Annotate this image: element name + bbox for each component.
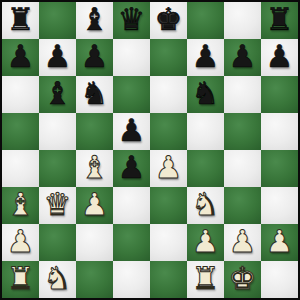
square-b7[interactable]: ♟ [39,39,76,76]
square-c8[interactable]: ♝ [76,2,113,39]
square-g6[interactable] [224,76,261,113]
square-a2[interactable]: ♟ [2,224,39,261]
square-e1[interactable] [150,261,187,298]
black-pawn-piece[interactable]: ♟ [229,41,257,72]
square-d3[interactable] [113,187,150,224]
square-d1[interactable] [113,261,150,298]
square-c5[interactable] [76,113,113,150]
black-pawn-piece[interactable]: ♟ [192,41,220,72]
square-d6[interactable] [113,76,150,113]
square-h7[interactable]: ♟ [261,39,298,76]
square-d2[interactable] [113,224,150,261]
black-knight-piece[interactable]: ♞ [81,78,109,109]
square-g8[interactable] [224,2,261,39]
black-pawn-piece[interactable]: ♟ [7,41,35,72]
black-pawn-piece[interactable]: ♟ [118,115,146,146]
white-pawn-piece[interactable]: ♟ [7,226,35,257]
white-pawn-piece[interactable]: ♟ [266,226,294,257]
white-knight-piece[interactable]: ♞ [192,189,220,220]
square-c2[interactable] [76,224,113,261]
square-h4[interactable] [261,150,298,187]
square-h8[interactable]: ♜ [261,2,298,39]
white-bishop-piece[interactable]: ♝ [81,152,109,183]
white-pawn-piece[interactable]: ♟ [192,226,220,257]
square-c4[interactable]: ♝ [76,150,113,187]
square-f7[interactable]: ♟ [187,39,224,76]
square-d5[interactable]: ♟ [113,113,150,150]
black-bishop-piece[interactable]: ♝ [44,78,72,109]
square-b2[interactable] [39,224,76,261]
white-pawn-piece[interactable]: ♟ [81,189,109,220]
square-d8[interactable]: ♛ [113,2,150,39]
square-d7[interactable] [113,39,150,76]
white-bishop-piece[interactable]: ♝ [7,189,35,220]
square-c1[interactable] [76,261,113,298]
black-rook-piece[interactable]: ♜ [7,4,35,35]
black-pawn-piece[interactable]: ♟ [44,41,72,72]
white-rook-piece[interactable]: ♜ [192,263,220,294]
square-g2[interactable]: ♟ [224,224,261,261]
square-g7[interactable]: ♟ [224,39,261,76]
square-f6[interactable]: ♞ [187,76,224,113]
square-h6[interactable] [261,76,298,113]
square-c3[interactable]: ♟ [76,187,113,224]
square-f8[interactable] [187,2,224,39]
square-e6[interactable] [150,76,187,113]
square-f2[interactable]: ♟ [187,224,224,261]
square-b5[interactable] [39,113,76,150]
black-pawn-piece[interactable]: ♟ [81,41,109,72]
square-e2[interactable] [150,224,187,261]
square-f5[interactable] [187,113,224,150]
square-d4[interactable]: ♟ [113,150,150,187]
black-king-piece[interactable]: ♚ [155,4,183,35]
square-g5[interactable] [224,113,261,150]
square-f3[interactable]: ♞ [187,187,224,224]
black-knight-piece[interactable]: ♞ [192,78,220,109]
square-b1[interactable]: ♞ [39,261,76,298]
chess-board: ♜♝♛♚♜♟♟♟♟♟♟♝♞♞♟♝♟♟♝♛♟♞♟♟♟♟♜♞♜♚ [0,0,300,300]
square-a5[interactable] [2,113,39,150]
square-a1[interactable]: ♜ [2,261,39,298]
square-f4[interactable] [187,150,224,187]
square-g1[interactable]: ♚ [224,261,261,298]
square-a7[interactable]: ♟ [2,39,39,76]
square-h5[interactable] [261,113,298,150]
white-rook-piece[interactable]: ♜ [7,263,35,294]
black-pawn-piece[interactable]: ♟ [266,41,294,72]
square-b3[interactable]: ♛ [39,187,76,224]
square-b4[interactable] [39,150,76,187]
square-b6[interactable]: ♝ [39,76,76,113]
black-pawn-piece[interactable]: ♟ [118,152,146,183]
square-c6[interactable]: ♞ [76,76,113,113]
square-h1[interactable] [261,261,298,298]
white-pawn-piece[interactable]: ♟ [229,226,257,257]
square-f1[interactable]: ♜ [187,261,224,298]
square-h2[interactable]: ♟ [261,224,298,261]
square-g4[interactable] [224,150,261,187]
square-a4[interactable] [2,150,39,187]
square-a6[interactable] [2,76,39,113]
square-b8[interactable] [39,2,76,39]
black-queen-piece[interactable]: ♛ [118,4,146,35]
white-king-piece[interactable]: ♚ [229,263,257,294]
black-bishop-piece[interactable]: ♝ [81,4,109,35]
white-queen-piece[interactable]: ♛ [44,189,72,220]
square-e3[interactable] [150,187,187,224]
square-e4[interactable]: ♟ [150,150,187,187]
square-h3[interactable] [261,187,298,224]
white-pawn-piece[interactable]: ♟ [155,152,183,183]
black-rook-piece[interactable]: ♜ [266,4,294,35]
square-e8[interactable]: ♚ [150,2,187,39]
square-e5[interactable] [150,113,187,150]
square-a8[interactable]: ♜ [2,2,39,39]
square-g3[interactable] [224,187,261,224]
square-a3[interactable]: ♝ [2,187,39,224]
square-e7[interactable] [150,39,187,76]
square-c7[interactable]: ♟ [76,39,113,76]
white-knight-piece[interactable]: ♞ [44,263,72,294]
